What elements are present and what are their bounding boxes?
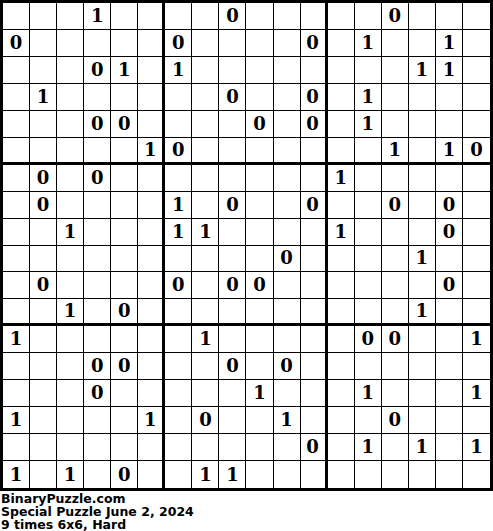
cell-r5c15-empty[interactable]: [382, 111, 409, 138]
cell-r6c9-empty[interactable]: [219, 138, 246, 165]
cell-r12c12-empty[interactable]: [301, 299, 328, 326]
cell-r5c8-empty[interactable]: [192, 111, 219, 138]
cell-r13c17-empty[interactable]: [436, 326, 463, 353]
cell-r12c13-empty[interactable]: [328, 299, 355, 326]
cell-r17c2-empty[interactable]: [30, 434, 57, 461]
cell-r1c15-given: 0: [382, 3, 409, 30]
cell-r6c12-empty[interactable]: [301, 138, 328, 165]
cell-r10c10-empty[interactable]: [246, 246, 273, 273]
cell-r16c13-empty[interactable]: [328, 407, 355, 434]
cell-r17c18-given: 1: [463, 434, 490, 461]
cell-r1c16-empty[interactable]: [409, 3, 436, 30]
cell-r10c14-empty[interactable]: [355, 246, 382, 273]
cell-r7c7-empty[interactable]: [165, 165, 192, 192]
cell-r3c4-given: 0: [84, 57, 111, 84]
cell-r4c1-empty[interactable]: [3, 84, 30, 111]
cell-r7c12-empty[interactable]: [301, 165, 328, 192]
cell-r5c16-empty[interactable]: [409, 111, 436, 138]
cell-r13c8-given: 1: [192, 326, 219, 353]
cell-r14c3-empty[interactable]: [57, 353, 84, 380]
cell-r6c16-empty[interactable]: [409, 138, 436, 165]
cell-r15c13-empty[interactable]: [328, 380, 355, 407]
cell-r17c17-empty[interactable]: [436, 434, 463, 461]
cell-r3c10-empty[interactable]: [246, 57, 273, 84]
cell-r5c9-empty[interactable]: [219, 111, 246, 138]
cell-r2c11-empty[interactable]: [274, 30, 301, 57]
cell-r12c15-empty[interactable]: [382, 299, 409, 326]
cell-r2c17-given: 1: [436, 30, 463, 57]
cell-r15c8-empty[interactable]: [192, 380, 219, 407]
cell-r1c8-empty[interactable]: [192, 3, 219, 30]
cell-r3c17-given: 1: [436, 57, 463, 84]
cell-r6c4-empty[interactable]: [84, 138, 111, 165]
cell-r7c1-empty[interactable]: [3, 165, 30, 192]
cell-r3c5-given: 1: [111, 57, 138, 84]
cell-r15c12-empty[interactable]: [301, 380, 328, 407]
cell-r11c12-empty[interactable]: [301, 272, 328, 299]
cell-r14c7-empty[interactable]: [165, 353, 192, 380]
cell-r4c14-given: 1: [355, 84, 382, 111]
cell-r11c17-given: 0: [436, 272, 463, 299]
cell-r15c15-empty[interactable]: [382, 380, 409, 407]
cell-r14c1-empty[interactable]: [3, 353, 30, 380]
cell-r17c16-given: 1: [409, 434, 436, 461]
cell-r4c10-empty[interactable]: [246, 84, 273, 111]
cell-r9c15-empty[interactable]: [382, 219, 409, 246]
cell-r12c4-empty[interactable]: [84, 299, 111, 326]
cell-r12c10-empty[interactable]: [246, 299, 273, 326]
cell-r1c1-empty[interactable]: [3, 3, 30, 30]
cell-r2c2-empty[interactable]: [30, 30, 57, 57]
cell-r16c5-empty[interactable]: [111, 407, 138, 434]
cell-r13c5-empty[interactable]: [111, 326, 138, 353]
cell-r10c1-empty[interactable]: [3, 246, 30, 273]
cell-r2c6-empty[interactable]: [138, 30, 165, 57]
cell-r16c2-empty[interactable]: [30, 407, 57, 434]
cell-r18c2-empty[interactable]: [30, 461, 57, 488]
cell-r5c6-empty[interactable]: [138, 111, 165, 138]
cell-r14c15-empty[interactable]: [382, 353, 409, 380]
cell-r14c18-empty[interactable]: [463, 353, 490, 380]
cell-r9c18-empty[interactable]: [463, 219, 490, 246]
cell-r9c11-empty[interactable]: [274, 219, 301, 246]
cell-r15c11-empty[interactable]: [274, 380, 301, 407]
cell-r4c16-empty[interactable]: [409, 84, 436, 111]
cell-r15c6-empty[interactable]: [138, 380, 165, 407]
cell-r2c5-empty[interactable]: [111, 30, 138, 57]
cell-r6c8-empty[interactable]: [192, 138, 219, 165]
cell-r10c6-empty[interactable]: [138, 246, 165, 273]
cell-r13c6-empty[interactable]: [138, 326, 165, 353]
cell-r4c17-empty[interactable]: [436, 84, 463, 111]
cell-r11c3-empty[interactable]: [57, 272, 84, 299]
cell-r4c3-empty[interactable]: [57, 84, 84, 111]
cell-r3c8-empty[interactable]: [192, 57, 219, 84]
cell-r2c12-given: 0: [301, 30, 328, 57]
cell-r15c5-empty[interactable]: [111, 380, 138, 407]
cell-r8c8-empty[interactable]: [192, 192, 219, 219]
cell-r5c2-empty[interactable]: [30, 111, 57, 138]
cell-r3c12-empty[interactable]: [301, 57, 328, 84]
cell-r12c9-empty[interactable]: [219, 299, 246, 326]
cell-r10c4-empty[interactable]: [84, 246, 111, 273]
cell-r9c16-empty[interactable]: [409, 219, 436, 246]
cell-r16c16-empty[interactable]: [409, 407, 436, 434]
cell-r3c15-empty[interactable]: [382, 57, 409, 84]
cell-r2c18-empty[interactable]: [463, 30, 490, 57]
cell-r8c7-given: 1: [165, 192, 192, 219]
cell-r14c16-empty[interactable]: [409, 353, 436, 380]
cell-r5c12-given: 0: [301, 111, 328, 138]
cell-r4c2-given: 1: [30, 84, 57, 111]
cell-r16c7-empty[interactable]: [165, 407, 192, 434]
cell-r15c1-empty[interactable]: [3, 380, 30, 407]
cell-r9c12-empty[interactable]: [301, 219, 328, 246]
cell-r6c18-given: 0: [463, 138, 490, 165]
cell-r6c10-empty[interactable]: [246, 138, 273, 165]
cell-r1c13-empty[interactable]: [328, 3, 355, 30]
cell-r15c10-given: 1: [246, 380, 273, 407]
cell-r3c14-empty[interactable]: [355, 57, 382, 84]
cell-r6c1-empty[interactable]: [3, 138, 30, 165]
cell-r4c11-empty[interactable]: [274, 84, 301, 111]
cell-r6c11-empty[interactable]: [274, 138, 301, 165]
cell-r18c3-given: 1: [57, 461, 84, 488]
cell-r14c13-empty[interactable]: [328, 353, 355, 380]
cell-r16c14-empty[interactable]: [355, 407, 382, 434]
cell-r12c5-given: 0: [111, 299, 138, 326]
cell-r12c2-empty[interactable]: [30, 299, 57, 326]
cell-r16c4-empty[interactable]: [84, 407, 111, 434]
cell-r14c12-empty[interactable]: [301, 353, 328, 380]
cell-r8c18-empty[interactable]: [463, 192, 490, 219]
cell-r14c8-empty[interactable]: [192, 353, 219, 380]
cell-r11c15-empty[interactable]: [382, 272, 409, 299]
cell-r13c14-given: 0: [355, 326, 382, 353]
cell-r7c14-empty[interactable]: [355, 165, 382, 192]
cell-r5c3-empty[interactable]: [57, 111, 84, 138]
cell-r3c7-given: 1: [165, 57, 192, 84]
cell-r16c3-empty[interactable]: [57, 407, 84, 434]
cell-r4c9-given: 0: [219, 84, 246, 111]
cell-r18c13-empty[interactable]: [328, 461, 355, 488]
cell-r10c5-empty[interactable]: [111, 246, 138, 273]
cell-r1c18-empty[interactable]: [463, 3, 490, 30]
cell-r10c12-empty[interactable]: [301, 246, 328, 273]
cell-r5c18-empty[interactable]: [463, 111, 490, 138]
cell-r9c5-empty[interactable]: [111, 219, 138, 246]
cell-r6c6-given: 1: [138, 138, 165, 165]
cell-r14c2-empty[interactable]: [30, 353, 57, 380]
cell-r13c4-empty[interactable]: [84, 326, 111, 353]
cell-r7c11-empty[interactable]: [274, 165, 301, 192]
caption: BinaryPuzzle.com Special Puzzle June 2, …: [0, 491, 493, 531]
cell-r1c11-empty[interactable]: [274, 3, 301, 30]
cell-r3c13-empty[interactable]: [328, 57, 355, 84]
cell-r12c6-empty[interactable]: [138, 299, 165, 326]
cell-r7c2-given: 0: [30, 165, 57, 192]
cell-r11c13-empty[interactable]: [328, 272, 355, 299]
cell-r2c9-empty[interactable]: [219, 30, 246, 57]
cell-r4c15-empty[interactable]: [382, 84, 409, 111]
cell-r5c11-empty[interactable]: [274, 111, 301, 138]
cell-r17c9-empty[interactable]: [219, 434, 246, 461]
cell-r2c10-empty[interactable]: [246, 30, 273, 57]
cell-r15c17-empty[interactable]: [436, 380, 463, 407]
cell-r15c18-given: 1: [463, 380, 490, 407]
cell-r7c9-empty[interactable]: [219, 165, 246, 192]
cell-r12c17-empty[interactable]: [436, 299, 463, 326]
cell-r2c15-empty[interactable]: [382, 30, 409, 57]
cell-r18c7-empty[interactable]: [165, 461, 192, 488]
cell-r15c2-empty[interactable]: [30, 380, 57, 407]
cell-r1c6-empty[interactable]: [138, 3, 165, 30]
cell-r15c3-empty[interactable]: [57, 380, 84, 407]
cell-r17c14-given: 1: [355, 434, 382, 461]
cell-r16c15-given: 0: [382, 407, 409, 434]
cell-r11c14-empty[interactable]: [355, 272, 382, 299]
cell-r4c7-empty[interactable]: [165, 84, 192, 111]
cell-r18c12-empty[interactable]: [301, 461, 328, 488]
cell-r16c17-empty[interactable]: [436, 407, 463, 434]
cell-r13c16-empty[interactable]: [409, 326, 436, 353]
cell-r6c14-empty[interactable]: [355, 138, 382, 165]
cell-r16c8-given: 0: [192, 407, 219, 434]
cell-r1c2-empty[interactable]: [30, 3, 57, 30]
cell-r2c13-empty[interactable]: [328, 30, 355, 57]
cell-r2c16-empty[interactable]: [409, 30, 436, 57]
cell-r11c9-given: 0: [219, 272, 246, 299]
cell-r8c9-given: 0: [219, 192, 246, 219]
cell-r6c5-empty[interactable]: [111, 138, 138, 165]
cell-r7c18-empty[interactable]: [463, 165, 490, 192]
cell-r16c18-empty[interactable]: [463, 407, 490, 434]
cell-r8c14-empty[interactable]: [355, 192, 382, 219]
cell-r18c10-empty[interactable]: [246, 461, 273, 488]
cell-r9c4-empty[interactable]: [84, 219, 111, 246]
cell-r18c17-empty[interactable]: [436, 461, 463, 488]
cell-r9c1-empty[interactable]: [3, 219, 30, 246]
cell-r11c6-empty[interactable]: [138, 272, 165, 299]
cell-r8c3-empty[interactable]: [57, 192, 84, 219]
cell-r4c5-empty[interactable]: [111, 84, 138, 111]
cell-r2c8-empty[interactable]: [192, 30, 219, 57]
cell-r5c4-given: 0: [84, 111, 111, 138]
cell-r13c3-empty[interactable]: [57, 326, 84, 353]
cell-r14c11-given: 0: [274, 353, 301, 380]
cell-r12c7-empty[interactable]: [165, 299, 192, 326]
cell-r4c12-given: 0: [301, 84, 328, 111]
cell-r3c6-empty[interactable]: [138, 57, 165, 84]
cell-r13c9-empty[interactable]: [219, 326, 246, 353]
cell-r15c4-given: 0: [84, 380, 111, 407]
cell-r15c7-empty[interactable]: [165, 380, 192, 407]
cell-r11c16-empty[interactable]: [409, 272, 436, 299]
cell-r10c16-given: 1: [409, 246, 436, 273]
cell-r10c17-empty[interactable]: [436, 246, 463, 273]
cell-r17c15-empty[interactable]: [382, 434, 409, 461]
cell-r11c18-empty[interactable]: [463, 272, 490, 299]
cell-r8c10-empty[interactable]: [246, 192, 273, 219]
cell-r17c11-empty[interactable]: [274, 434, 301, 461]
cell-r11c11-empty[interactable]: [274, 272, 301, 299]
cell-r2c4-empty[interactable]: [84, 30, 111, 57]
cell-r13c7-empty[interactable]: [165, 326, 192, 353]
cell-r18c4-empty[interactable]: [84, 461, 111, 488]
cell-r7c13-given: 1: [328, 165, 355, 192]
cell-r8c16-empty[interactable]: [409, 192, 436, 219]
cell-r15c9-empty[interactable]: [219, 380, 246, 407]
cell-r1c12-empty[interactable]: [301, 3, 328, 30]
cell-r11c4-empty[interactable]: [84, 272, 111, 299]
cell-r16c10-empty[interactable]: [246, 407, 273, 434]
cell-r7c16-empty[interactable]: [409, 165, 436, 192]
cell-r9c6-empty[interactable]: [138, 219, 165, 246]
cell-r14c14-empty[interactable]: [355, 353, 382, 380]
cell-r7c15-empty[interactable]: [382, 165, 409, 192]
cell-r11c1-empty[interactable]: [3, 272, 30, 299]
cell-r5c14-given: 1: [355, 111, 382, 138]
cell-r3c2-empty[interactable]: [30, 57, 57, 84]
cell-r8c17-given: 0: [436, 192, 463, 219]
cell-r1c3-empty[interactable]: [57, 3, 84, 30]
cell-r18c16-empty[interactable]: [409, 461, 436, 488]
cell-r8c13-empty[interactable]: [328, 192, 355, 219]
cell-r12c8-empty[interactable]: [192, 299, 219, 326]
cell-r7c17-empty[interactable]: [436, 165, 463, 192]
cell-r14c17-empty[interactable]: [436, 353, 463, 380]
cell-r17c4-empty[interactable]: [84, 434, 111, 461]
cell-r9c2-empty[interactable]: [30, 219, 57, 246]
cell-r2c3-empty[interactable]: [57, 30, 84, 57]
cell-r10c3-empty[interactable]: [57, 246, 84, 273]
cell-r9c8-given: 1: [192, 219, 219, 246]
cell-r13c11-empty[interactable]: [274, 326, 301, 353]
cell-r4c13-empty[interactable]: [328, 84, 355, 111]
cell-r5c10-given: 0: [246, 111, 273, 138]
cell-r14c10-empty[interactable]: [246, 353, 273, 380]
cell-r13c10-empty[interactable]: [246, 326, 273, 353]
cell-r4c8-empty[interactable]: [192, 84, 219, 111]
cell-r18c14-empty[interactable]: [355, 461, 382, 488]
cell-r9c9-empty[interactable]: [219, 219, 246, 246]
cell-r14c6-empty[interactable]: [138, 353, 165, 380]
cell-r18c11-empty[interactable]: [274, 461, 301, 488]
cell-r17c5-empty[interactable]: [111, 434, 138, 461]
cell-r5c1-empty[interactable]: [3, 111, 30, 138]
cell-r4c6-empty[interactable]: [138, 84, 165, 111]
cell-r9c10-empty[interactable]: [246, 219, 273, 246]
cell-r8c5-empty[interactable]: [111, 192, 138, 219]
cell-r10c9-empty[interactable]: [219, 246, 246, 273]
cell-r18c6-empty[interactable]: [138, 461, 165, 488]
cell-r8c2-given: 0: [30, 192, 57, 219]
cell-r7c6-empty[interactable]: [138, 165, 165, 192]
cell-r17c10-empty[interactable]: [246, 434, 273, 461]
cell-r10c2-empty[interactable]: [30, 246, 57, 273]
cell-r15c16-empty[interactable]: [409, 380, 436, 407]
cell-r7c10-empty[interactable]: [246, 165, 273, 192]
cell-r10c13-empty[interactable]: [328, 246, 355, 273]
cell-r6c3-empty[interactable]: [57, 138, 84, 165]
cell-r3c18-empty[interactable]: [463, 57, 490, 84]
cell-r1c10-empty[interactable]: [246, 3, 273, 30]
cell-r16c11-given: 1: [274, 407, 301, 434]
cell-r18c9-given: 1: [219, 461, 246, 488]
cell-r5c13-empty[interactable]: [328, 111, 355, 138]
cell-r16c12-empty[interactable]: [301, 407, 328, 434]
cell-r13c13-empty[interactable]: [328, 326, 355, 353]
cell-r5c17-empty[interactable]: [436, 111, 463, 138]
cell-r12c11-empty[interactable]: [274, 299, 301, 326]
cell-r16c9-empty[interactable]: [219, 407, 246, 434]
cell-r17c3-empty[interactable]: [57, 434, 84, 461]
cell-r9c14-empty[interactable]: [355, 219, 382, 246]
cell-r18c18-empty[interactable]: [463, 461, 490, 488]
cell-r11c5-empty[interactable]: [111, 272, 138, 299]
cell-r7c8-empty[interactable]: [192, 165, 219, 192]
cell-r1c7-empty[interactable]: [165, 3, 192, 30]
cell-r8c1-empty[interactable]: [3, 192, 30, 219]
cell-r6c13-empty[interactable]: [328, 138, 355, 165]
cell-r8c11-empty[interactable]: [274, 192, 301, 219]
cell-r18c15-empty[interactable]: [382, 461, 409, 488]
cell-r1c17-empty[interactable]: [436, 3, 463, 30]
cell-r8c6-empty[interactable]: [138, 192, 165, 219]
cell-r10c18-empty[interactable]: [463, 246, 490, 273]
cell-r10c7-empty[interactable]: [165, 246, 192, 273]
cell-r17c7-empty[interactable]: [165, 434, 192, 461]
cell-r13c2-empty[interactable]: [30, 326, 57, 353]
cell-r6c15-given: 1: [382, 138, 409, 165]
cell-r11c8-empty[interactable]: [192, 272, 219, 299]
cell-r12c14-empty[interactable]: [355, 299, 382, 326]
cell-r12c18-empty[interactable]: [463, 299, 490, 326]
cell-r4c18-empty[interactable]: [463, 84, 490, 111]
cell-r11c2-given: 0: [30, 272, 57, 299]
cell-r6c2-empty[interactable]: [30, 138, 57, 165]
cell-r4c4-empty[interactable]: [84, 84, 111, 111]
cell-r1c14-empty[interactable]: [355, 3, 382, 30]
cell-r17c13-empty[interactable]: [328, 434, 355, 461]
cell-r11c10-given: 0: [246, 272, 273, 299]
cell-r5c7-empty[interactable]: [165, 111, 192, 138]
cell-r3c11-empty[interactable]: [274, 57, 301, 84]
cell-r8c4-empty[interactable]: [84, 192, 111, 219]
cell-r7c5-empty[interactable]: [111, 165, 138, 192]
cell-r7c3-empty[interactable]: [57, 165, 84, 192]
cell-r17c6-empty[interactable]: [138, 434, 165, 461]
cell-r14c9-given: 0: [219, 353, 246, 380]
cell-r3c16-given: 1: [409, 57, 436, 84]
cell-r17c12-given: 0: [301, 434, 328, 461]
cell-r12c1-empty[interactable]: [3, 299, 30, 326]
cell-r16c1-given: 1: [3, 407, 30, 434]
cell-r9c17-given: 0: [436, 219, 463, 246]
cell-r1c5-empty[interactable]: [111, 3, 138, 30]
cell-r3c9-empty[interactable]: [219, 57, 246, 84]
cell-r10c11-given: 0: [274, 246, 301, 273]
cell-r9c7-given: 1: [165, 219, 192, 246]
cell-r10c15-empty[interactable]: [382, 246, 409, 273]
cell-r3c3-empty[interactable]: [57, 57, 84, 84]
cell-r3c1-empty[interactable]: [3, 57, 30, 84]
cell-r2c7-given: 0: [165, 30, 192, 57]
cell-r10c8-empty[interactable]: [192, 246, 219, 273]
cell-r17c8-empty[interactable]: [192, 434, 219, 461]
cell-r13c12-empty[interactable]: [301, 326, 328, 353]
cell-r17c1-empty[interactable]: [3, 434, 30, 461]
